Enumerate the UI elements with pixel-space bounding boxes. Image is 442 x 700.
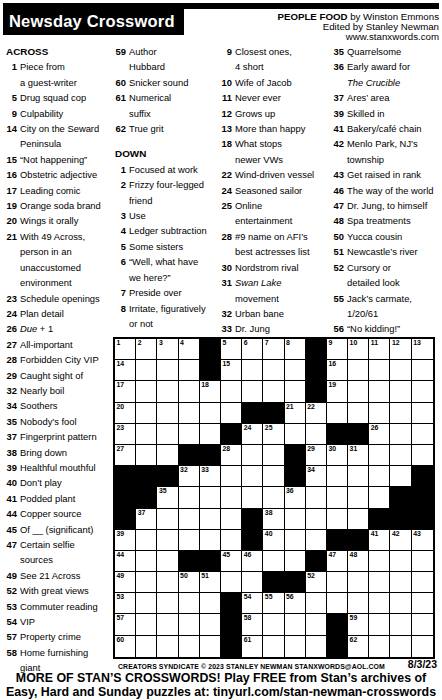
grid-cell-r1c9[interactable]: 8 xyxy=(285,339,306,360)
grid-cell-r1c7[interactable]: 6 xyxy=(242,339,263,360)
clue-down-5: 5Some sisters xyxy=(113,239,214,254)
grid-cell-r11c9[interactable] xyxy=(285,551,306,572)
grid-cell-r7c13[interactable] xyxy=(369,466,390,487)
grid-cell-r11c13[interactable] xyxy=(369,551,390,572)
grid-cell-r9c5[interactable] xyxy=(200,509,221,530)
grid-cell-r13c15[interactable] xyxy=(412,593,433,614)
grid-cell-r10c15[interactable]: 43 xyxy=(412,530,433,551)
grid-cell-r4c13[interactable] xyxy=(369,403,390,424)
grid-cell-r6c2[interactable] xyxy=(136,445,157,466)
clue-down-42: 42Menlo Park, NJ’s township xyxy=(331,136,441,167)
grid-cell-r10c14[interactable]: 42 xyxy=(390,530,411,551)
grid-cell-r8c4[interactable] xyxy=(179,487,200,508)
grid-cell-r1c12[interactable]: 10 xyxy=(348,339,369,360)
grid-cell-r9c10[interactable] xyxy=(306,509,327,530)
grid-cell-r9c4[interactable] xyxy=(179,509,200,530)
cell-number: 30 xyxy=(328,445,336,453)
grid-cell-r14c7[interactable]: 58 xyxy=(242,614,263,635)
cell-number: 42 xyxy=(392,530,400,538)
grid-cell-r7c11[interactable] xyxy=(327,466,348,487)
grid-cell-r8c13[interactable] xyxy=(369,487,390,508)
grid-cell-r14c1[interactable]: 57 xyxy=(115,614,136,635)
grid-cell-r13c12[interactable] xyxy=(348,593,369,614)
clue-down-9: 9Closest ones, 4 short xyxy=(219,44,329,75)
grid-cell-r12c1[interactable]: 49 xyxy=(115,572,136,593)
grid-cell-r2c7[interactable] xyxy=(242,360,263,381)
clue-text: Frizzy four-legged friend xyxy=(129,177,214,208)
grid-cell-r11c8[interactable] xyxy=(263,551,284,572)
grid-cell-r12c14[interactable] xyxy=(390,572,411,593)
grid-cell-r9c12[interactable] xyxy=(348,509,369,530)
clue-text: Obstetric adjective xyxy=(20,167,111,182)
grid-cell-r6c11[interactable]: 30 xyxy=(327,445,348,466)
grid-cell-r6c12[interactable]: 31 xyxy=(348,445,369,466)
clue-number: 60 xyxy=(113,75,129,90)
cell-number: 36 xyxy=(286,487,294,495)
grid-cell-r12c5[interactable]: 51 xyxy=(200,572,221,593)
grid-cell-r4c3[interactable] xyxy=(157,403,178,424)
clue-across-59: 59Author Hubbard xyxy=(113,44,214,75)
grid-cell-r6c10[interactable]: 29 xyxy=(306,445,327,466)
grid-cell-r6c7[interactable] xyxy=(242,445,263,466)
black-square xyxy=(115,509,136,530)
grid-cell-r10c13[interactable]: 41 xyxy=(369,530,390,551)
clue-number: 15 xyxy=(4,152,20,167)
cell-number: 57 xyxy=(117,614,125,622)
grid-cell-r13c10[interactable] xyxy=(306,593,327,614)
grid-cell-r8c7[interactable] xyxy=(242,487,263,508)
grid-cell-r11c14[interactable] xyxy=(390,551,411,572)
grid-cell-r15c2[interactable] xyxy=(136,636,157,657)
grid-cell-r13c3[interactable] xyxy=(157,593,178,614)
clue-text: Drug squad cop xyxy=(20,90,111,105)
grid-cell-r9c8[interactable]: 38 xyxy=(263,509,284,530)
grid-cell-r5c3[interactable] xyxy=(157,424,178,445)
grid-cell-r13c13[interactable] xyxy=(369,593,390,614)
grid-cell-r15c3[interactable] xyxy=(157,636,178,657)
grid-cell-r4c15[interactable] xyxy=(412,403,433,424)
grid-cell-r7c14[interactable] xyxy=(390,466,411,487)
grid-cell-r11c11[interactable]: 47 xyxy=(327,551,348,572)
grid-cell-r10c10[interactable] xyxy=(306,530,327,551)
grid-cell-r1c15[interactable]: 13 xyxy=(412,339,433,360)
grid-cell-r2c2[interactable] xyxy=(136,360,157,381)
clue-across-44: 44Copper source xyxy=(4,506,111,521)
grid-cell-r6c6[interactable]: 28 xyxy=(221,445,242,466)
grid-cell-r6c1[interactable]: 27 xyxy=(115,445,136,466)
grid-cell-r13c7[interactable]: 54 xyxy=(242,593,263,614)
grid-cell-r13c11[interactable] xyxy=(327,593,348,614)
grid-cell-r10c2[interactable] xyxy=(136,530,157,551)
clue-number: 61 xyxy=(113,90,129,121)
black-square xyxy=(327,636,348,657)
grid-cell-r10c1[interactable]: 39 xyxy=(115,530,136,551)
grid-cell-r3c9[interactable] xyxy=(285,381,306,402)
grid-cell-r5c4[interactable] xyxy=(179,424,200,445)
clue-number: 22 xyxy=(219,167,235,182)
grid-cell-r11c1[interactable]: 44 xyxy=(115,551,136,572)
grid-cell-r7c12[interactable] xyxy=(348,466,369,487)
grid-cell-r3c2[interactable] xyxy=(136,381,157,402)
grid-cell-r13c14[interactable] xyxy=(390,593,411,614)
clue-text: Bakery/café chain xyxy=(347,121,441,136)
clue-number: 38 xyxy=(4,445,20,460)
grid-cell-r15c8[interactable] xyxy=(263,636,284,657)
grid-cell-r3c1[interactable]: 17 xyxy=(115,381,136,402)
black-square xyxy=(412,509,433,530)
cell-number: 26 xyxy=(371,424,379,432)
grid-cell-r1c8[interactable]: 7 xyxy=(263,339,284,360)
grid-cell-r10c9[interactable] xyxy=(285,530,306,551)
clue-across-24: 24Plan detail xyxy=(4,306,111,321)
clue-number: 40 xyxy=(4,475,20,490)
grid-cell-r13c1[interactable]: 53 xyxy=(115,593,136,614)
grid-cell-r2c4[interactable] xyxy=(179,360,200,381)
grid-cell-r12c15[interactable] xyxy=(412,572,433,593)
grid-cell-r3c7[interactable] xyxy=(242,381,263,402)
clue-column-2: 59Author Hubbard60Snicker sound61Numeric… xyxy=(113,44,214,331)
black-square xyxy=(221,614,242,635)
clue-number: 24 xyxy=(219,183,235,198)
grid-cell-r3c6[interactable] xyxy=(221,381,242,402)
black-square xyxy=(390,487,411,508)
clue-down-56: 56“No kidding!” xyxy=(331,321,441,336)
clue-text: Caught sight of xyxy=(20,368,111,383)
grid-cell-r14c9[interactable] xyxy=(285,614,306,635)
grid-cell-r12c7[interactable] xyxy=(242,572,263,593)
cell-number: 6 xyxy=(244,339,248,347)
grid-cell-r13c9[interactable]: 56 xyxy=(285,593,306,614)
grid-cell-r14c2[interactable] xyxy=(136,614,157,635)
clue-text: Author Hubbard xyxy=(129,44,214,75)
clue-number: 25 xyxy=(219,198,235,229)
grid-cell-r11c12[interactable]: 48 xyxy=(348,551,369,572)
grid-cell-r12c13[interactable] xyxy=(369,572,390,593)
grid-cell-r5c8[interactable]: 25 xyxy=(263,424,284,445)
grid-cell-r15c4[interactable] xyxy=(179,636,200,657)
black-square xyxy=(157,466,178,487)
grid-cell-r4c4[interactable] xyxy=(179,403,200,424)
clue-number: 48 xyxy=(331,213,347,228)
grid-cell-r8c12[interactable] xyxy=(348,487,369,508)
grid-cell-r7c10[interactable]: 34 xyxy=(306,466,327,487)
grid-cell-r3c11[interactable]: 19 xyxy=(327,381,348,402)
clue-text: Snicker sound xyxy=(129,75,214,90)
cell-number: 43 xyxy=(413,530,421,538)
grid-cell-r12c6[interactable] xyxy=(221,572,242,593)
grid-cell-r1c14[interactable]: 12 xyxy=(390,339,411,360)
grid-cell-r15c14[interactable] xyxy=(390,636,411,657)
clue-number: 53 xyxy=(4,599,20,614)
grid-cell-r13c2[interactable] xyxy=(136,593,157,614)
clue-number: 4 xyxy=(113,223,129,238)
clue-across-32: 32Nearly boil xyxy=(4,383,111,398)
grid-cell-r12c10[interactable]: 52 xyxy=(306,572,327,593)
grid-cell-r4c12[interactable] xyxy=(348,403,369,424)
grid-cell-r6c13[interactable] xyxy=(369,445,390,466)
grid-cell-r9c2[interactable]: 37 xyxy=(136,509,157,530)
grid-cell-r9c11[interactable] xyxy=(327,509,348,530)
clue-text: Irritate, figuratively or not xyxy=(129,301,214,332)
cell-number: 12 xyxy=(392,339,400,347)
clue-text: Urban bane xyxy=(235,306,329,321)
grid-cell-r11c15[interactable] xyxy=(412,551,433,572)
grid-cell-r5c10[interactable] xyxy=(306,424,327,445)
grid-cell-r2c15[interactable] xyxy=(412,360,433,381)
grid-cell-r1c11[interactable]: 9 xyxy=(327,339,348,360)
clue-number: 43 xyxy=(331,167,347,182)
grid-cell-r7c4[interactable]: 32 xyxy=(179,466,200,487)
clue-number: 41 xyxy=(331,121,347,136)
grid-cell-r10c3[interactable] xyxy=(157,530,178,551)
cell-number: 11 xyxy=(371,339,378,347)
cell-number: 18 xyxy=(201,381,209,389)
grid-cell-r11c6[interactable]: 45 xyxy=(221,551,242,572)
grid-cell-r10c5[interactable] xyxy=(200,530,221,551)
grid-cell-r6c3[interactable] xyxy=(157,445,178,466)
grid-cell-r1c4[interactable]: 4 xyxy=(179,339,200,360)
grid-cell-r4c14[interactable] xyxy=(390,403,411,424)
clue-number: 17 xyxy=(4,183,20,198)
cell-number: 33 xyxy=(201,466,209,474)
grid-cell-r2c14[interactable] xyxy=(390,360,411,381)
cell-number: 46 xyxy=(244,551,252,559)
grid-cell-r3c15[interactable] xyxy=(412,381,433,402)
grid-cell-r5c2[interactable] xyxy=(136,424,157,445)
clue-number: 6 xyxy=(113,254,129,285)
grid-cell-r5c5[interactable] xyxy=(200,424,221,445)
page-title: Newsday Crossword xyxy=(3,9,184,35)
grid-cell-r4c6[interactable] xyxy=(221,403,242,424)
grid-cell-r2c6[interactable]: 15 xyxy=(221,360,242,381)
clue-down-18: 18What stops newer VWs xyxy=(219,136,329,167)
cell-number: 15 xyxy=(222,360,230,368)
grid-cell-r2c1[interactable]: 14 xyxy=(115,360,136,381)
grid-cell-r7c6[interactable] xyxy=(221,466,242,487)
grid-cell-r2c13[interactable] xyxy=(369,360,390,381)
clue-text: Menlo Park, NJ’s township xyxy=(347,136,441,167)
clue-down-24: 24Seasoned sailor xyxy=(219,183,329,198)
grid-cell-r15c9[interactable] xyxy=(285,636,306,657)
grid-cell-r15c13[interactable] xyxy=(369,636,390,657)
grid-cell-r12c11[interactable] xyxy=(327,572,348,593)
clue-column-1: ACROSS1Piece from a guest-writer5Drug sq… xyxy=(4,44,111,676)
cell-number: 55 xyxy=(265,593,273,601)
grid-cell-r6c15[interactable] xyxy=(412,445,433,466)
black-square xyxy=(412,466,433,487)
grid-cell-r6c14[interactable] xyxy=(390,445,411,466)
grid-cell-r14c12[interactable]: 59 xyxy=(348,614,369,635)
clue-text: True grit xyxy=(129,121,214,136)
clue-number: 20 xyxy=(4,213,20,228)
clue-text: Bring down xyxy=(20,445,111,460)
clue-text: Spa treatments xyxy=(347,213,441,228)
grid-cell-r3c4[interactable] xyxy=(179,381,200,402)
grid-cell-r4c11[interactable] xyxy=(327,403,348,424)
clue-across-23: 23Schedule openings xyxy=(4,291,111,306)
clue-across-16: 16Obstetric adjective xyxy=(4,167,111,182)
grid-cell-r2c11[interactable]: 16 xyxy=(327,360,348,381)
clue-text: “No kidding!” xyxy=(347,321,441,336)
clue-text: #9 name on AFI’s best actresses list xyxy=(235,229,329,260)
grid-cell-r15c10[interactable] xyxy=(306,636,327,657)
grid-cell-r12c12[interactable] xyxy=(348,572,369,593)
cell-number: 32 xyxy=(180,466,188,474)
cell-number: 41 xyxy=(371,530,379,538)
grid-cell-r1c3[interactable]: 3 xyxy=(157,339,178,360)
clue-text: Nobody’s fool xyxy=(20,414,111,429)
grid-cell-r7c8[interactable] xyxy=(263,466,284,487)
grid-cell-r14c15[interactable] xyxy=(412,614,433,635)
cell-number: 27 xyxy=(117,445,125,453)
grid-cell-r15c7[interactable]: 61 xyxy=(242,636,263,657)
grid-cell-r2c3[interactable] xyxy=(157,360,178,381)
grid-cell-r15c15[interactable] xyxy=(412,636,433,657)
clue-down-51: 51Newcastle’s river xyxy=(331,244,441,259)
grid-cell-r14c4[interactable] xyxy=(179,614,200,635)
grid-cell-r8c10[interactable] xyxy=(306,487,327,508)
grid-cell-r9c9[interactable] xyxy=(285,509,306,530)
grid-cell-r11c7[interactable]: 46 xyxy=(242,551,263,572)
grid-cell-r4c2[interactable] xyxy=(136,403,157,424)
grid-cell-r14c3[interactable] xyxy=(157,614,178,635)
grid-cell-r12c4[interactable]: 50 xyxy=(179,572,200,593)
grid-cell-r7c7[interactable] xyxy=(242,466,263,487)
cell-number: 23 xyxy=(117,424,125,432)
clue-down-50: 50Yucca cousin xyxy=(331,229,441,244)
grid-cell-r1c6[interactable]: 5 xyxy=(221,339,242,360)
clue-down-43: 43Get raised in rank xyxy=(331,167,441,182)
clue-number: 10 xyxy=(219,75,235,90)
grid-cell-r14c13[interactable] xyxy=(369,614,390,635)
grid-cell-r2c8[interactable] xyxy=(263,360,284,381)
clue-number: 23 xyxy=(4,291,20,306)
clue-down-52: 52Cursory or detailed look xyxy=(331,260,441,291)
grid-cell-r11c3[interactable] xyxy=(157,551,178,572)
grid-cell-r13c8[interactable]: 55 xyxy=(263,593,284,614)
grid-cell-r10c6[interactable] xyxy=(221,530,242,551)
grid-cell-r3c5[interactable]: 18 xyxy=(200,381,221,402)
black-square xyxy=(200,360,221,381)
grid-cell-r11c2[interactable] xyxy=(136,551,157,572)
grid-cell-r5c7[interactable]: 24 xyxy=(242,424,263,445)
grid-cell-r10c8[interactable]: 40 xyxy=(263,530,284,551)
clue-text: City on the Seward Peninsula xyxy=(20,121,111,152)
grid-cell-r1c1[interactable]: 1 xyxy=(115,339,136,360)
grid-cell-r5c13[interactable]: 26 xyxy=(369,424,390,445)
grid-cell-r13c5[interactable] xyxy=(200,593,221,614)
clue-across-49: 49See 21 Across xyxy=(4,568,111,583)
clue-text: VIP xyxy=(20,614,111,629)
cell-number: 51 xyxy=(201,572,209,580)
grid-cell-r7c5[interactable]: 33 xyxy=(200,466,221,487)
grid-cell-r14c5[interactable] xyxy=(200,614,221,635)
clue-across-27: 27All-important xyxy=(4,337,111,352)
grid-cell-r13c4[interactable] xyxy=(179,593,200,614)
clue-number: 35 xyxy=(331,44,347,59)
clue-down-35: 35Quarrelsome xyxy=(331,44,441,59)
grid-cell-r15c1[interactable]: 60 xyxy=(115,636,136,657)
grid-cell-r8c6[interactable] xyxy=(221,487,242,508)
cell-number: 14 xyxy=(117,360,125,368)
crossword-grid: 1234567891011121314151617181920212223242… xyxy=(113,337,435,659)
grid-cell-r5c9[interactable] xyxy=(285,424,306,445)
grid-cell-r2c12[interactable] xyxy=(348,360,369,381)
grid-cell-r8c9[interactable]: 36 xyxy=(285,487,306,508)
grid-cell-r4c1[interactable]: 20 xyxy=(115,403,136,424)
black-square xyxy=(242,530,263,551)
clue-number: 46 xyxy=(331,183,347,198)
grid-cell-r3c3[interactable] xyxy=(157,381,178,402)
grid-cell-r1c13[interactable]: 11 xyxy=(369,339,390,360)
clue-number: 29 xyxy=(4,368,20,383)
grid-cell-r12c2[interactable] xyxy=(136,572,157,593)
cell-number: 21 xyxy=(286,403,294,411)
grid-cell-r14c10[interactable] xyxy=(306,614,327,635)
grid-cell-r14c8[interactable] xyxy=(263,614,284,635)
grid-cell-r3c14[interactable] xyxy=(390,381,411,402)
cell-number: 16 xyxy=(328,360,336,368)
grid-cell-r12c3[interactable] xyxy=(157,572,178,593)
grid-cell-r9c6[interactable] xyxy=(221,509,242,530)
grid-cell-r8c5[interactable] xyxy=(200,487,221,508)
grid-cell-r10c4[interactable] xyxy=(179,530,200,551)
grid-cell-r15c5[interactable] xyxy=(200,636,221,657)
clue-number: 7 xyxy=(113,285,129,300)
grid-cell-r6c8[interactable] xyxy=(263,445,284,466)
grid-cell-r5c1[interactable]: 23 xyxy=(115,424,136,445)
clue-number: 34 xyxy=(4,398,20,413)
clue-number: 13 xyxy=(219,121,235,136)
clue-across-37: 37Fingerprint pattern xyxy=(4,429,111,444)
newsday-crossword-page: Newsday Crossword PEOPLE FOOD by Winston… xyxy=(0,0,442,700)
grid-cell-r4c5[interactable] xyxy=(200,403,221,424)
clue-number: 28 xyxy=(4,352,20,367)
grid-cell-r4c10[interactable]: 22 xyxy=(306,403,327,424)
grid-cell-r15c12[interactable]: 62 xyxy=(348,636,369,657)
clue-number: 37 xyxy=(331,90,347,105)
clue-number: 37 xyxy=(4,429,20,444)
clue-text: Skilled in xyxy=(347,106,441,121)
grid-cell-r3c8[interactable] xyxy=(263,381,284,402)
grid-cell-r4c9[interactable]: 21 xyxy=(285,403,306,424)
clue-number: 55 xyxy=(331,291,347,322)
black-square xyxy=(327,530,348,551)
clue-across-35: 35Nobody’s fool xyxy=(4,414,111,429)
grid-cell-r2c9[interactable] xyxy=(285,360,306,381)
grid-cell-r8c3[interactable]: 35 xyxy=(157,487,178,508)
clue-across-45: 45Of __ (significant) xyxy=(4,522,111,537)
grid-cell-r3c12[interactable] xyxy=(348,381,369,402)
clue-number: 18 xyxy=(219,136,235,167)
grid-cell-r8c8[interactable] xyxy=(263,487,284,508)
grid-cell-r3c13[interactable] xyxy=(369,381,390,402)
grid-cell-r14c14[interactable] xyxy=(390,614,411,635)
cell-number: 56 xyxy=(286,593,294,601)
puzzle-date: 8/3/23 xyxy=(408,658,437,670)
clue-across-60: 60Snicker sound xyxy=(113,75,214,90)
cell-number: 3 xyxy=(159,339,163,347)
clue-number: 50 xyxy=(331,229,347,244)
clue-text: All-important xyxy=(20,337,111,352)
clue-number: 47 xyxy=(4,537,20,568)
grid-cell-r8c11[interactable] xyxy=(327,487,348,508)
grid-cell-r1c2[interactable]: 2 xyxy=(136,339,157,360)
grid-cell-r5c14[interactable] xyxy=(390,424,411,445)
cell-number: 20 xyxy=(117,403,125,411)
grid-cell-r5c15[interactable] xyxy=(412,424,433,445)
grid-cell-r9c3[interactable] xyxy=(157,509,178,530)
